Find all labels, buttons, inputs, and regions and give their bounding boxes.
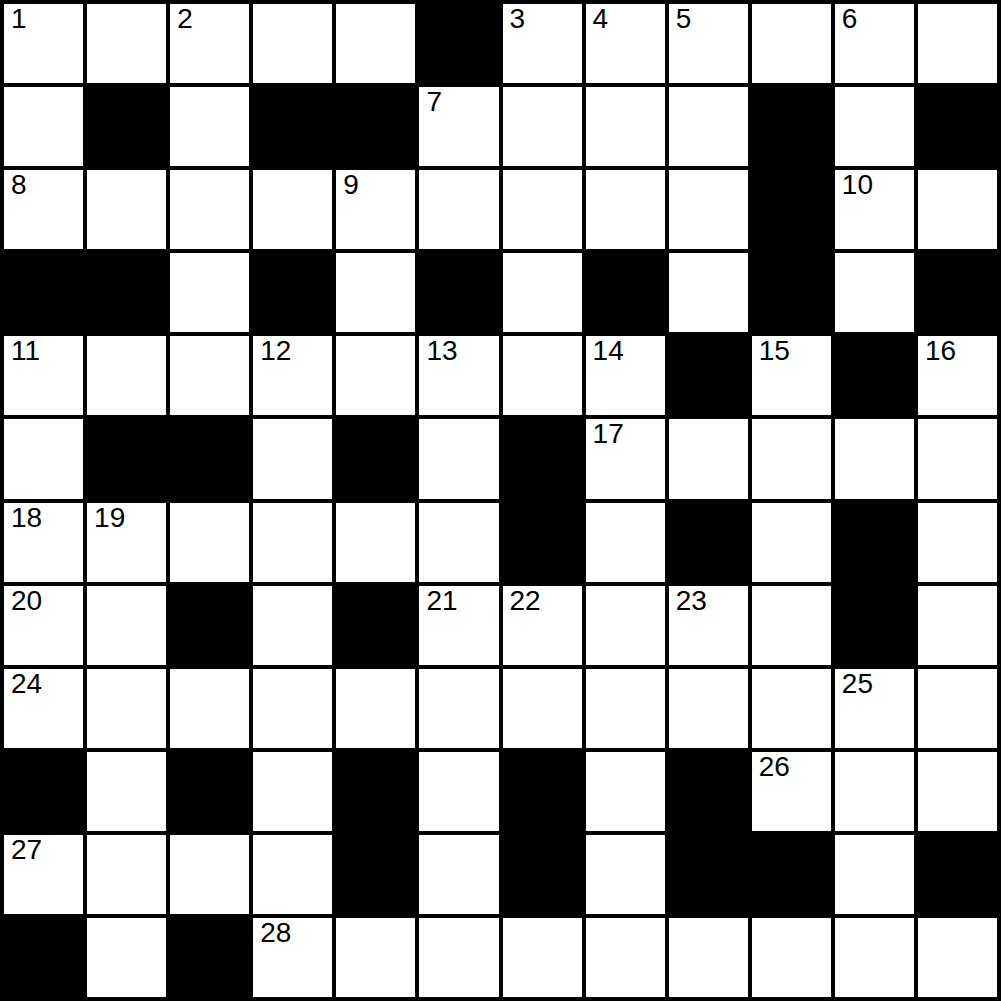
cell-r12c5[interactable]	[336, 918, 415, 997]
black-cell-r6c5	[336, 419, 415, 498]
cell-r8c9[interactable]: 23	[669, 586, 748, 665]
cell-r9c9[interactable]	[669, 669, 748, 748]
cell-r12c8[interactable]	[586, 918, 665, 997]
cell-r9c12[interactable]	[918, 669, 997, 748]
black-cell-r4c1	[4, 253, 83, 332]
cell-r11c6[interactable]	[419, 835, 498, 914]
cell-r2c8[interactable]	[586, 87, 665, 166]
cell-r11c1[interactable]: 27	[4, 835, 83, 914]
cell-r3c7[interactable]	[503, 170, 582, 249]
cell-r11c2[interactable]	[87, 835, 166, 914]
black-cell-r8c3	[170, 586, 249, 665]
cell-r8c12[interactable]	[918, 586, 997, 665]
cell-r6c4[interactable]	[253, 419, 332, 498]
cell-r4c9[interactable]	[669, 253, 748, 332]
clue-number-23: 23	[676, 587, 707, 615]
black-cell-r2c2	[87, 87, 166, 166]
black-cell-r10c1	[4, 752, 83, 831]
cell-r3c6[interactable]	[419, 170, 498, 249]
cell-r1c8[interactable]: 4	[586, 4, 665, 83]
black-cell-r2c12	[918, 87, 997, 166]
cell-r7c8[interactable]	[586, 503, 665, 582]
cell-r2c11[interactable]	[835, 87, 914, 166]
cell-r7c3[interactable]	[170, 503, 249, 582]
cell-r9c11[interactable]: 25	[835, 669, 914, 748]
black-cell-r7c9	[669, 503, 748, 582]
black-cell-r4c4	[253, 253, 332, 332]
cell-r9c1[interactable]: 24	[4, 669, 83, 748]
cell-r6c6[interactable]	[419, 419, 498, 498]
clue-number-5: 5	[676, 5, 692, 33]
black-cell-r5c9	[669, 336, 748, 415]
cell-r2c7[interactable]	[503, 87, 582, 166]
cell-r11c8[interactable]	[586, 835, 665, 914]
black-cell-r11c12	[918, 835, 997, 914]
cell-r6c8[interactable]: 17	[586, 419, 665, 498]
cell-r10c2[interactable]	[87, 752, 166, 831]
cell-r3c4[interactable]	[253, 170, 332, 249]
cell-r5c2[interactable]	[87, 336, 166, 415]
black-cell-r8c11	[835, 586, 914, 665]
cell-r3c5[interactable]: 9	[336, 170, 415, 249]
cell-r6c12[interactable]	[918, 419, 997, 498]
cell-r4c11[interactable]	[835, 253, 914, 332]
clue-number-25: 25	[842, 670, 873, 698]
cell-r8c10[interactable]	[752, 586, 831, 665]
cell-r12c2[interactable]	[87, 918, 166, 997]
cell-r3c11[interactable]: 10	[835, 170, 914, 249]
cell-r8c2[interactable]	[87, 586, 166, 665]
black-cell-r6c7	[503, 419, 582, 498]
clue-number-11: 11	[11, 337, 40, 365]
cell-r7c4[interactable]	[253, 503, 332, 582]
cell-r3c3[interactable]	[170, 170, 249, 249]
cell-r9c2[interactable]	[87, 669, 166, 748]
clue-number-3: 3	[510, 5, 526, 33]
cell-r3c1[interactable]: 8	[4, 170, 83, 249]
black-cell-r4c12	[918, 253, 997, 332]
clue-number-18: 18	[11, 504, 42, 532]
cell-r9c8[interactable]	[586, 669, 665, 748]
black-cell-r4c10	[752, 253, 831, 332]
cell-r1c11[interactable]: 6	[835, 4, 914, 83]
black-cell-r10c3	[170, 752, 249, 831]
clue-number-20: 20	[11, 587, 42, 615]
cell-r3c12[interactable]	[918, 170, 997, 249]
cell-r4c7[interactable]	[503, 253, 582, 332]
clue-number-10: 10	[842, 171, 873, 199]
black-cell-r5c11	[835, 336, 914, 415]
cell-r5c5[interactable]	[336, 336, 415, 415]
black-cell-r4c8	[586, 253, 665, 332]
clue-number-16: 16	[925, 337, 956, 365]
cell-r11c11[interactable]	[835, 835, 914, 914]
cell-r3c8[interactable]	[586, 170, 665, 249]
cell-r9c3[interactable]	[170, 669, 249, 748]
black-cell-r4c2	[87, 253, 166, 332]
black-cell-r6c3	[170, 419, 249, 498]
black-cell-r12c3	[170, 918, 249, 997]
clue-number-22: 22	[510, 587, 541, 615]
cell-r1c12[interactable]	[918, 4, 997, 83]
clue-number-24: 24	[11, 670, 42, 698]
cell-r6c11[interactable]	[835, 419, 914, 498]
cell-r10c8[interactable]	[586, 752, 665, 831]
cell-r1c7[interactable]: 3	[503, 4, 582, 83]
cell-r2c6[interactable]: 7	[419, 87, 498, 166]
clue-number-12: 12	[260, 337, 291, 365]
black-cell-r6c2	[87, 419, 166, 498]
cell-r8c6[interactable]: 21	[419, 586, 498, 665]
cell-r10c6[interactable]	[419, 752, 498, 831]
cell-r2c3[interactable]	[170, 87, 249, 166]
cell-r8c8[interactable]	[586, 586, 665, 665]
clue-number-27: 27	[11, 836, 42, 864]
black-cell-r11c5	[336, 835, 415, 914]
cell-r1c5[interactable]	[336, 4, 415, 83]
black-cell-r10c5	[336, 752, 415, 831]
cell-r10c12[interactable]	[918, 752, 997, 831]
clue-number-1: 1	[11, 5, 27, 33]
cell-r1c1[interactable]: 1	[4, 4, 83, 83]
cell-r5c1[interactable]: 11	[4, 336, 83, 415]
clue-number-28: 28	[260, 919, 291, 947]
clue-number-15: 15	[759, 337, 790, 365]
clue-number-9: 9	[343, 171, 359, 199]
black-cell-r2c5	[336, 87, 415, 166]
clue-number-6: 6	[842, 5, 858, 33]
black-cell-r4c6	[419, 253, 498, 332]
cell-r7c10[interactable]	[752, 503, 831, 582]
cell-r6c10[interactable]	[752, 419, 831, 498]
cell-r5c8[interactable]: 14	[586, 336, 665, 415]
cell-r6c9[interactable]	[669, 419, 748, 498]
cell-r9c10[interactable]	[752, 669, 831, 748]
cell-r5c7[interactable]	[503, 336, 582, 415]
black-cell-r11c9	[669, 835, 748, 914]
cell-r12c11[interactable]	[835, 918, 914, 997]
black-cell-r11c7	[503, 835, 582, 914]
black-cell-r2c10	[752, 87, 831, 166]
cell-r3c9[interactable]	[669, 170, 748, 249]
cell-r1c3[interactable]: 2	[170, 4, 249, 83]
cell-r8c7[interactable]: 22	[503, 586, 582, 665]
black-cell-r7c7	[503, 503, 582, 582]
cell-r12c12[interactable]	[918, 918, 997, 997]
cell-r4c5[interactable]	[336, 253, 415, 332]
clue-number-21: 21	[426, 587, 457, 615]
cell-r5c4[interactable]: 12	[253, 336, 332, 415]
cell-r7c5[interactable]	[336, 503, 415, 582]
black-cell-r10c7	[503, 752, 582, 831]
clue-number-19: 19	[94, 504, 125, 532]
cell-r5c6[interactable]: 13	[419, 336, 498, 415]
cell-r1c10[interactable]	[752, 4, 831, 83]
black-cell-r7c11	[835, 503, 914, 582]
clue-number-17: 17	[593, 420, 624, 448]
cell-r1c9[interactable]: 5	[669, 4, 748, 83]
clue-number-14: 14	[593, 337, 624, 365]
cell-r12c4[interactable]: 28	[253, 918, 332, 997]
cell-r7c2[interactable]: 19	[87, 503, 166, 582]
black-cell-r11c10	[752, 835, 831, 914]
clue-number-13: 13	[426, 337, 457, 365]
cell-r4c3[interactable]	[170, 253, 249, 332]
cell-r6c1[interactable]	[4, 419, 83, 498]
cell-r2c9[interactable]	[669, 87, 748, 166]
clue-number-8: 8	[11, 171, 27, 199]
black-cell-r2c4	[253, 87, 332, 166]
clue-number-2: 2	[177, 5, 193, 33]
cell-r9c6[interactable]	[419, 669, 498, 748]
cell-r11c3[interactable]	[170, 835, 249, 914]
cell-r2c1[interactable]	[4, 87, 83, 166]
cell-r7c6[interactable]	[419, 503, 498, 582]
cell-r1c4[interactable]	[253, 4, 332, 83]
cell-r5c10[interactable]: 15	[752, 336, 831, 415]
cell-r5c12[interactable]: 16	[918, 336, 997, 415]
cell-r5c3[interactable]	[170, 336, 249, 415]
black-cell-r3c10	[752, 170, 831, 249]
cell-r12c10[interactable]	[752, 918, 831, 997]
crossword-grid: 1234567891011121314151617181920212223242…	[0, 0, 1001, 1001]
clue-number-4: 4	[593, 5, 609, 33]
clue-number-26: 26	[759, 753, 790, 781]
cell-r12c6[interactable]	[419, 918, 498, 997]
cell-r12c7[interactable]	[503, 918, 582, 997]
cell-r9c7[interactable]	[503, 669, 582, 748]
cell-r7c12[interactable]	[918, 503, 997, 582]
black-cell-r10c9	[669, 752, 748, 831]
cell-r10c4[interactable]	[253, 752, 332, 831]
black-cell-r12c1	[4, 918, 83, 997]
cell-r10c11[interactable]	[835, 752, 914, 831]
black-cell-r8c5	[336, 586, 415, 665]
cell-r10c10[interactable]: 26	[752, 752, 831, 831]
cell-r8c1[interactable]: 20	[4, 586, 83, 665]
cell-r9c4[interactable]	[253, 669, 332, 748]
cell-r8c4[interactable]	[253, 586, 332, 665]
cell-r7c1[interactable]: 18	[4, 503, 83, 582]
cell-r11c4[interactable]	[253, 835, 332, 914]
black-cell-r1c6	[419, 4, 498, 83]
cell-r3c2[interactable]	[87, 170, 166, 249]
cell-r9c5[interactable]	[336, 669, 415, 748]
clue-number-7: 7	[426, 88, 442, 116]
cell-r1c2[interactable]	[87, 4, 166, 83]
cell-r12c9[interactable]	[669, 918, 748, 997]
